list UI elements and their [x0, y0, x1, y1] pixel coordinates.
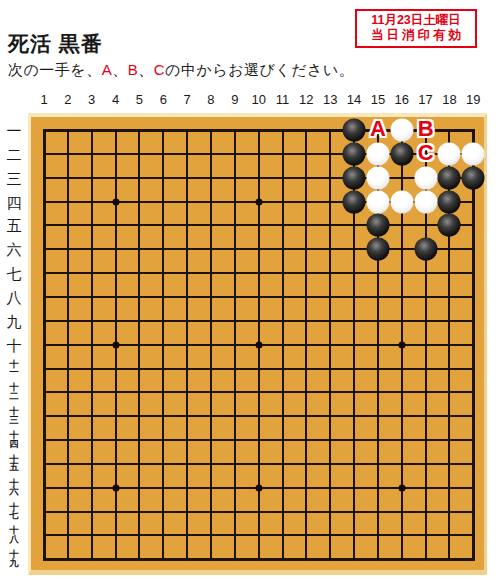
badge-postmark-note: 当日消印有効: [357, 28, 475, 43]
row-label-12: 十二: [1, 384, 27, 401]
badge-date: 11月23日土曜日: [371, 13, 461, 27]
black-stone-19-3: [462, 166, 485, 189]
column-label-2: 2: [57, 92, 79, 107]
black-stone-17-6: [414, 238, 437, 261]
column-label-5: 5: [128, 92, 150, 107]
choice-label-a[interactable]: A: [370, 118, 386, 140]
grid-vline-11: [282, 129, 284, 561]
black-stone-15-5: [366, 214, 389, 237]
black-stone-14-4: [343, 190, 366, 213]
white-stone-19-2: [462, 142, 485, 165]
row-label-11: 十一: [1, 360, 27, 377]
column-label-16: 16: [391, 92, 413, 107]
white-stone-15-3: [366, 166, 389, 189]
grid-hline-17: [43, 511, 475, 513]
column-label-10: 10: [248, 92, 270, 107]
instruction-before: 次の一手を、: [8, 61, 102, 78]
grid-vline-12: [305, 129, 307, 561]
row-label-6: 六: [1, 242, 27, 257]
column-label-12: 12: [295, 92, 317, 107]
instruction-text: 次の一手を、A、B、Cの中からお選びください。: [8, 61, 354, 80]
go-board: ABC: [28, 113, 487, 575]
row-label-4: 四: [1, 194, 27, 209]
grid-hline-18: [43, 534, 475, 536]
instruction-choice-a: A: [102, 61, 113, 78]
grid-hline-11: [43, 368, 475, 370]
choice-label-c[interactable]: C: [418, 142, 434, 164]
row-label-16: 十六: [1, 479, 27, 496]
black-stone-14-2: [343, 142, 366, 165]
instruction-sep2: 、: [138, 61, 154, 78]
white-stone-15-2: [366, 142, 389, 165]
row-label-2: 二: [1, 146, 27, 161]
column-label-9: 9: [224, 92, 246, 107]
row-label-7: 七: [1, 266, 27, 281]
column-label-15: 15: [367, 92, 389, 107]
black-stone-16-2: [390, 142, 413, 165]
column-label-19: 19: [462, 92, 484, 107]
grid-vline-19: [472, 129, 475, 561]
white-stone-18-2: [438, 142, 461, 165]
white-stone-16-1: [390, 119, 413, 142]
black-stone-14-1: [343, 119, 366, 142]
row-label-5: 五: [1, 218, 27, 233]
go-problem-page: 11月23日土曜日 当日消印有効 死活 黒番 次の一手を、A、B、Cの中からお選…: [0, 0, 500, 580]
row-label-10: 十: [1, 337, 27, 352]
black-stone-14-3: [343, 166, 366, 189]
star-point-10-16: [255, 484, 262, 491]
column-label-1: 1: [33, 92, 55, 107]
grid-hline-15: [43, 463, 475, 465]
row-label-17: 十七: [1, 503, 27, 520]
black-stone-15-6: [366, 238, 389, 261]
column-label-11: 11: [272, 92, 294, 107]
star-point-16-10: [398, 341, 405, 348]
white-stone-17-3: [414, 166, 437, 189]
column-label-14: 14: [343, 92, 365, 107]
star-point-4-4: [112, 198, 119, 205]
instruction-sep1: 、: [112, 61, 128, 78]
grid-vline-13: [329, 129, 331, 561]
black-stone-18-3: [438, 166, 461, 189]
instruction-choice-c: C: [154, 61, 165, 78]
grid-hline-13: [43, 415, 475, 417]
column-label-7: 7: [176, 92, 198, 107]
star-point-10-4: [255, 198, 262, 205]
column-label-13: 13: [319, 92, 341, 107]
column-label-4: 4: [105, 92, 127, 107]
white-stone-17-4: [414, 190, 437, 213]
page-title: 死活 黒番: [8, 30, 103, 58]
column-label-6: 6: [152, 92, 174, 107]
column-label-3: 3: [81, 92, 103, 107]
white-stone-15-4: [366, 190, 389, 213]
row-label-13: 十三: [1, 408, 27, 425]
star-point-4-10: [112, 341, 119, 348]
grid-hline-19: [43, 558, 475, 561]
row-label-1: 一: [1, 123, 27, 138]
row-label-8: 八: [1, 289, 27, 304]
black-stone-18-5: [438, 214, 461, 237]
choice-label-b[interactable]: B: [418, 118, 434, 140]
row-label-3: 三: [1, 170, 27, 185]
date-badge: 11月23日土曜日 当日消印有効: [355, 9, 477, 48]
grid-hline-12: [43, 391, 475, 393]
column-label-18: 18: [438, 92, 460, 107]
instruction-after: の中からお選びください。: [165, 61, 354, 78]
star-point-10-10: [255, 341, 262, 348]
column-label-8: 8: [200, 92, 222, 107]
grid-hline-14: [43, 439, 475, 441]
row-label-19: 十九: [1, 551, 27, 568]
white-stone-16-4: [390, 190, 413, 213]
column-label-17: 17: [415, 92, 437, 107]
row-label-14: 十四: [1, 432, 27, 449]
row-label-15: 十五: [1, 455, 27, 472]
star-point-4-16: [112, 484, 119, 491]
row-label-9: 九: [1, 313, 27, 328]
black-stone-18-4: [438, 190, 461, 213]
row-label-18: 十八: [1, 527, 27, 544]
star-point-16-16: [398, 484, 405, 491]
instruction-choice-b: B: [128, 61, 139, 78]
